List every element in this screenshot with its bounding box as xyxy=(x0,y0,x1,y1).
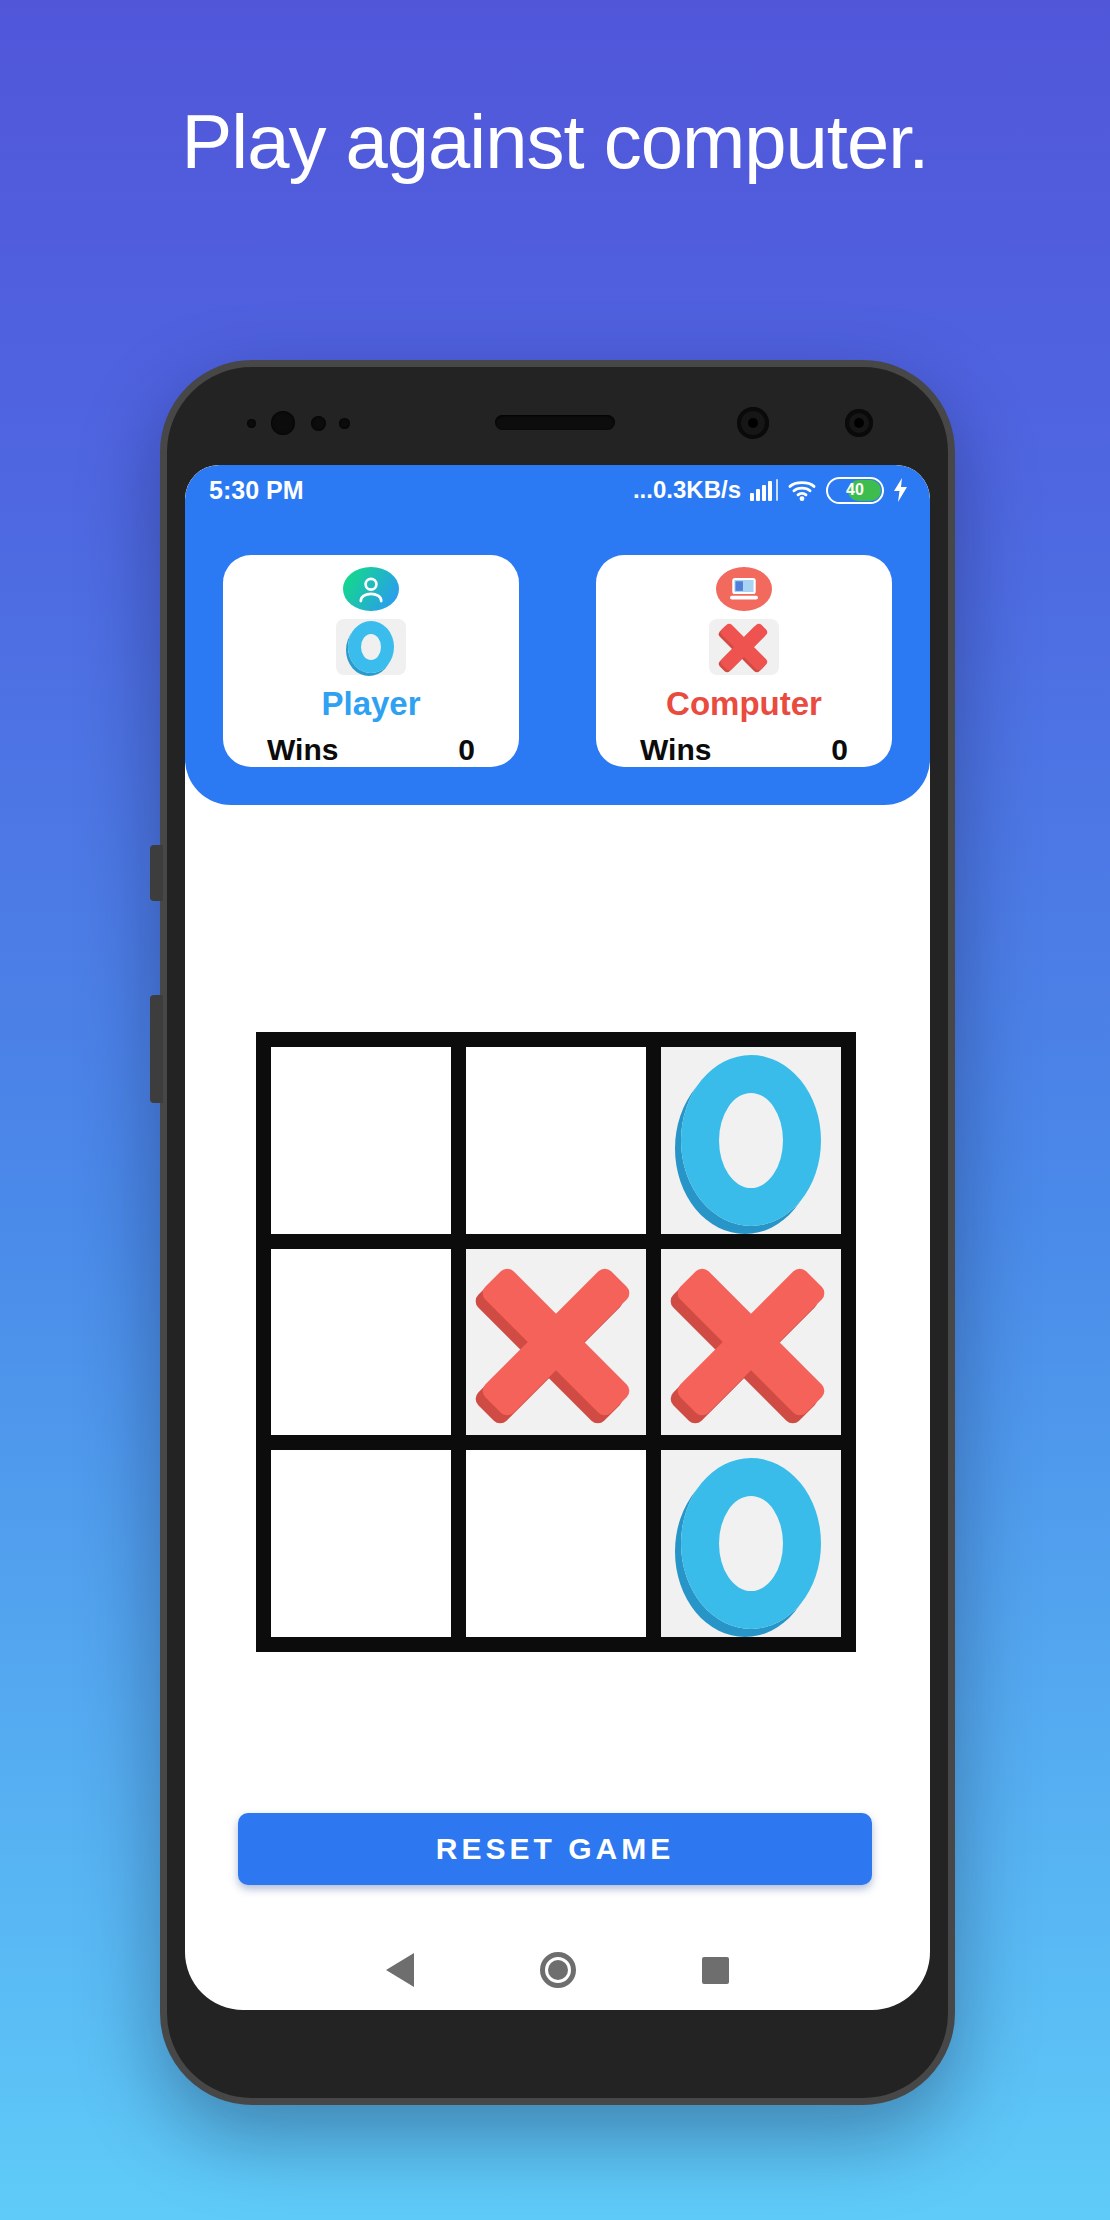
cell-r2c1[interactable] xyxy=(271,1249,451,1436)
page-title: Play against computer. xyxy=(0,98,1110,185)
phone-frame: 5:30 PM ...0.3KB/s 40 xyxy=(160,360,955,2105)
network-speed: ...0.3KB/s xyxy=(633,476,741,504)
mark-x xyxy=(481,1262,631,1422)
player-mark-box xyxy=(336,619,406,675)
mark-x xyxy=(676,1262,826,1422)
earpiece-speaker xyxy=(495,415,615,430)
recents-icon[interactable] xyxy=(702,1957,729,1984)
phone-side-button xyxy=(150,845,163,901)
computer-wins-count: 0 xyxy=(831,733,848,767)
signal-bars-icon xyxy=(750,479,778,501)
cell-r1c1[interactable] xyxy=(271,1047,451,1234)
status-bar: 5:30 PM ...0.3KB/s 40 xyxy=(185,465,930,511)
player-wins-count: 0 xyxy=(458,733,475,767)
cell-r2c2[interactable] xyxy=(466,1249,646,1436)
sensor-dot xyxy=(247,419,256,428)
phone-side-button xyxy=(150,995,163,1103)
battery-icon: 40 xyxy=(826,477,884,504)
reset-game-button[interactable]: RESET GAME xyxy=(238,1813,872,1885)
camera-lens xyxy=(737,407,769,439)
wifi-icon xyxy=(787,478,817,502)
home-icon[interactable] xyxy=(540,1952,576,1988)
cell-r3c3[interactable] xyxy=(661,1450,841,1637)
computer-name: Computer xyxy=(666,685,822,723)
sensor-dot xyxy=(339,418,350,429)
computer-avatar-icon xyxy=(716,567,772,611)
app-header: 5:30 PM ...0.3KB/s 40 xyxy=(185,465,930,805)
mark-o xyxy=(681,1055,821,1226)
computer-mark-box xyxy=(709,619,779,675)
score-cards: Player Wins 0 xyxy=(185,555,930,767)
battery-percent: 40 xyxy=(846,481,864,499)
cell-r3c2[interactable] xyxy=(466,1450,646,1637)
android-nav-bar xyxy=(185,1952,930,1988)
x-mark-icon xyxy=(718,621,770,673)
computer-score-card: Computer Wins 0 xyxy=(596,555,892,767)
player-name: Player xyxy=(321,685,420,723)
cell-r3c1[interactable] xyxy=(271,1450,451,1637)
player-wins-label: Wins xyxy=(267,733,338,767)
tic-tac-toe-board xyxy=(256,1032,856,1652)
cell-r2c3[interactable] xyxy=(661,1249,841,1436)
back-icon[interactable] xyxy=(386,1953,414,1987)
o-mark-icon xyxy=(348,621,394,673)
cell-r1c2[interactable] xyxy=(466,1047,646,1234)
player-score-card: Player Wins 0 xyxy=(223,555,519,767)
camera-lens xyxy=(845,409,873,437)
phone-screen: 5:30 PM ...0.3KB/s 40 xyxy=(185,465,930,2010)
player-avatar-icon xyxy=(343,567,399,611)
sensor-dot xyxy=(311,416,326,431)
clock: 5:30 PM xyxy=(209,476,303,505)
mark-o xyxy=(681,1458,821,1629)
front-camera-dot xyxy=(271,411,295,435)
computer-wins-label: Wins xyxy=(640,733,711,767)
charging-bolt-icon xyxy=(893,478,908,502)
cell-r1c3[interactable] xyxy=(661,1047,841,1234)
